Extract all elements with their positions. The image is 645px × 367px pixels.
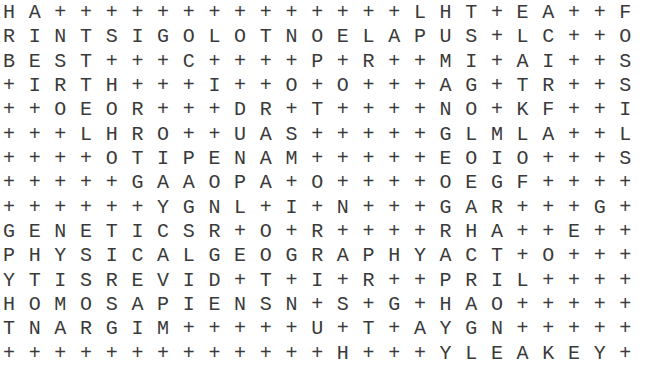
grid-cell-r6-c13: + (311, 123, 337, 147)
grid-cell-r2-c23: + (568, 25, 594, 49)
grid-cell-r12-c5: R (106, 269, 132, 293)
grid-cell-r3-c17: + (414, 50, 440, 74)
grid-cell-r5-c23: + (568, 98, 594, 122)
grid-cell-r6-c16: + (388, 123, 414, 147)
grid-cell-r1-c23: + (568, 1, 594, 25)
grid-cell-r2-c15: L (363, 25, 389, 49)
grid-cell-r9-c13: + (311, 196, 337, 220)
grid-cell-r2-c14: E (337, 25, 363, 49)
grid-cell-r3-c21: A (517, 50, 543, 74)
grid-cell-r15-c24: Y (594, 342, 620, 366)
grid-cell-r6-c5: H (106, 123, 132, 147)
grid-cell-r12-c19: R (465, 269, 491, 293)
grid-cell-r15-c21: A (517, 342, 543, 366)
grid-cell-r4-c9: I (208, 74, 234, 98)
grid-cell-r9-c24: G (594, 196, 620, 220)
grid-cell-r9-c7: Y (157, 196, 183, 220)
grid-cell-r6-c19: L (465, 123, 491, 147)
grid-cell-r8-c3: + (54, 171, 80, 195)
grid-cell-r8-c15: + (363, 171, 389, 195)
grid-cell-r4-c10: + (234, 74, 260, 98)
grid-cell-r10-c12: + (285, 220, 311, 244)
grid-cell-r14-c16: + (388, 317, 414, 341)
grid-cell-r5-c15: + (363, 98, 389, 122)
grid-cell-r8-c22: + (542, 171, 568, 195)
grid-cell-r9-c5: + (106, 196, 132, 220)
grid-cell-r10-c18: R (440, 220, 466, 244)
grid-cell-r10-c21: + (517, 220, 543, 244)
grid-cell-r7-c10: N (234, 147, 260, 171)
grid-cell-r3-c13: P (311, 50, 337, 74)
grid-cell-r1-c18: H (440, 1, 466, 25)
grid-cell-r9-c9: N (208, 196, 234, 220)
grid-cell-r1-c13: + (311, 1, 337, 25)
grid-cell-r13-c23: + (568, 293, 594, 317)
grid-cell-r8-c1: + (3, 171, 29, 195)
grid-cell-r8-c2: + (29, 171, 55, 195)
grid-cell-r10-c11: O (260, 220, 286, 244)
grid-cell-r1-c21: E (517, 1, 543, 25)
grid-cell-r9-c21: + (517, 196, 543, 220)
grid-cell-r6-c25: L (619, 123, 645, 147)
grid-cell-r10-c13: R (311, 220, 337, 244)
grid-cell-r7-c12: M (285, 147, 311, 171)
grid-cell-r9-c8: G (183, 196, 209, 220)
grid-cell-r11-c7: A (157, 244, 183, 268)
grid-cell-r15-c14: H (337, 342, 363, 366)
grid-cell-r7-c4: + (80, 147, 106, 171)
grid-cell-r6-c23: + (568, 123, 594, 147)
grid-cell-r8-c6: G (131, 171, 157, 195)
grid-cell-r5-c21: K (517, 98, 543, 122)
grid-cell-r3-c6: + (131, 50, 157, 74)
grid-cell-r1-c17: L (414, 1, 440, 25)
grid-cell-r5-c9: + (208, 98, 234, 122)
grid-cell-r1-c19: T (465, 1, 491, 25)
grid-cell-r13-c24: + (594, 293, 620, 317)
grid-cell-r14-c14: + (337, 317, 363, 341)
grid-cell-r6-c15: + (363, 123, 389, 147)
grid-cell-r4-c16: + (388, 74, 414, 98)
grid-cell-r2-c8: O (183, 25, 209, 49)
grid-cell-r8-c4: + (80, 171, 106, 195)
grid-cell-r1-c25: F (619, 1, 645, 25)
grid-cell-r7-c20: I (491, 147, 517, 171)
grid-cell-r3-c25: S (619, 50, 645, 74)
grid-cell-r14-c9: + (208, 317, 234, 341)
grid-cell-r5-c16: + (388, 98, 414, 122)
grid-cell-r11-c18: A (440, 244, 466, 268)
grid-cell-r13-c3: M (54, 293, 80, 317)
grid-cell-r13-c13: + (311, 293, 337, 317)
grid-cell-r14-c6: I (131, 317, 157, 341)
grid-cell-r1-c20: + (491, 1, 517, 25)
grid-cell-r9-c19: A (465, 196, 491, 220)
grid-cell-r14-c1: T (3, 317, 29, 341)
grid-cell-r11-c21: + (517, 244, 543, 268)
grid-cell-r15-c5: + (106, 342, 132, 366)
grid-cell-r2-c25: O (619, 25, 645, 49)
grid-cell-r10-c22: + (542, 220, 568, 244)
grid-cell-r12-c16: + (388, 269, 414, 293)
grid-cell-r3-c24: + (594, 50, 620, 74)
grid-cell-r5-c19: O (465, 98, 491, 122)
grid-cell-r8-c16: + (388, 171, 414, 195)
grid-cell-r11-c25: + (619, 244, 645, 268)
grid-cell-r3-c20: + (491, 50, 517, 74)
grid-cell-r10-c8: S (183, 220, 209, 244)
grid-cell-r3-c5: + (106, 50, 132, 74)
grid-cell-r1-c12: + (285, 1, 311, 25)
grid-cell-r3-c15: R (363, 50, 389, 74)
grid-cell-r9-c22: + (542, 196, 568, 220)
grid-cell-r2-c2: I (29, 25, 55, 49)
grid-cell-r15-c15: + (363, 342, 389, 366)
grid-cell-r9-c2: + (29, 196, 55, 220)
grid-cell-r7-c18: E (440, 147, 466, 171)
grid-cell-r7-c6: T (131, 147, 157, 171)
grid-cell-r15-c8: + (183, 342, 209, 366)
grid-cell-r2-c9: L (208, 25, 234, 49)
grid-cell-r13-c18: H (440, 293, 466, 317)
grid-cell-r12-c11: T (260, 269, 286, 293)
grid-cell-r13-c10: N (234, 293, 260, 317)
grid-cell-r8-c7: A (157, 171, 183, 195)
grid-cell-r2-c4: T (80, 25, 106, 49)
grid-cell-r12-c15: R (363, 269, 389, 293)
grid-cell-r6-c17: + (414, 123, 440, 147)
grid-cell-r6-c20: M (491, 123, 517, 147)
grid-cell-r15-c2: + (29, 342, 55, 366)
grid-cell-r7-c11: A (260, 147, 286, 171)
grid-cell-r1-c8: + (183, 1, 209, 25)
grid-cell-r3-c10: + (234, 50, 260, 74)
grid-cell-r1-c11: + (260, 1, 286, 25)
grid-cell-r7-c24: + (594, 147, 620, 171)
grid-cell-r7-c17: + (414, 147, 440, 171)
grid-cell-r4-c22: R (542, 74, 568, 98)
grid-cell-r15-c20: E (491, 342, 517, 366)
grid-cell-r11-c20: T (491, 244, 517, 268)
grid-cell-r5-c20: + (491, 98, 517, 122)
grid-cell-r9-c6: + (131, 196, 157, 220)
grid-cell-r7-c16: + (388, 147, 414, 171)
grid-cell-r11-c17: Y (414, 244, 440, 268)
grid-cell-r11-c12: G (285, 244, 311, 268)
grid-cell-r4-c19: G (465, 74, 491, 98)
grid-cell-r11-c6: C (131, 244, 157, 268)
grid-cell-r6-c24: + (594, 123, 620, 147)
grid-cell-r5-c24: + (594, 98, 620, 122)
grid-cell-r8-c10: P (234, 171, 260, 195)
grid-cell-r15-c6: + (131, 342, 157, 366)
grid-cell-r11-c2: H (29, 244, 55, 268)
grid-cell-r4-c3: R (54, 74, 80, 98)
grid-cell-r5-c22: F (542, 98, 568, 122)
grid-cell-r4-c14: O (337, 74, 363, 98)
grid-cell-r7-c9: E (208, 147, 234, 171)
grid-cell-r8-c19: E (465, 171, 491, 195)
grid-cell-r6-c22: A (542, 123, 568, 147)
grid-cell-r11-c19: C (465, 244, 491, 268)
grid-cell-r5-c7: + (157, 98, 183, 122)
grid-cell-r7-c14: + (337, 147, 363, 171)
grid-cell-r3-c16: + (388, 50, 414, 74)
grid-cell-r15-c13: + (311, 342, 337, 366)
grid-cell-r8-c12: + (285, 171, 311, 195)
grid-cell-r10-c24: + (594, 220, 620, 244)
grid-cell-r7-c2: + (29, 147, 55, 171)
grid-cell-r9-c18: G (440, 196, 466, 220)
grid-cell-r9-c3: + (54, 196, 80, 220)
grid-cell-r4-c23: + (568, 74, 594, 98)
grid-cell-r2-c12: N (285, 25, 311, 49)
grid-cell-r3-c23: + (568, 50, 594, 74)
grid-cell-r9-c14: N (337, 196, 363, 220)
grid-cell-r4-c8: + (183, 74, 209, 98)
grid-cell-r9-c4: + (80, 196, 106, 220)
grid-cell-r12-c6: E (131, 269, 157, 293)
grid-cell-r2-c3: N (54, 25, 80, 49)
grid-cell-r4-c11: + (260, 74, 286, 98)
grid-cell-r13-c19: A (465, 293, 491, 317)
grid-cell-r2-c7: G (157, 25, 183, 49)
grid-cell-r5-c4: E (80, 98, 106, 122)
grid-cell-r5-c5: O (106, 98, 132, 122)
grid-cell-r6-c8: + (183, 123, 209, 147)
grid-cell-r9-c17: + (414, 196, 440, 220)
grid-cell-r9-c10: L (234, 196, 260, 220)
grid-cell-r3-c12: + (285, 50, 311, 74)
grid-cell-r1-c15: + (363, 1, 389, 25)
grid-cell-r15-c10: + (234, 342, 260, 366)
grid-cell-r10-c4: E (80, 220, 106, 244)
grid-cell-r11-c8: L (183, 244, 209, 268)
word-search-grid: HA++++++++++++++LHT+EA++FRINTSIGOLOTNOEL… (3, 1, 645, 366)
grid-cell-r12-c21: L (517, 269, 543, 293)
grid-cell-r15-c22: K (542, 342, 568, 366)
grid-cell-r9-c15: + (363, 196, 389, 220)
grid-cell-r14-c13: U (311, 317, 337, 341)
grid-cell-r13-c14: S (337, 293, 363, 317)
grid-cell-r14-c18: Y (440, 317, 466, 341)
grid-cell-r5-c17: + (414, 98, 440, 122)
grid-cell-r14-c12: + (285, 317, 311, 341)
grid-cell-r4-c5: H (106, 74, 132, 98)
grid-cell-r6-c7: O (157, 123, 183, 147)
grid-cell-r5-c3: O (54, 98, 80, 122)
grid-cell-r2-c21: L (517, 25, 543, 49)
grid-cell-r10-c10: + (234, 220, 260, 244)
grid-cell-r2-c13: O (311, 25, 337, 49)
grid-cell-r11-c5: I (106, 244, 132, 268)
grid-cell-r10-c7: C (157, 220, 183, 244)
grid-cell-r2-c6: I (131, 25, 157, 49)
grid-cell-r2-c10: O (234, 25, 260, 49)
grid-cell-r13-c1: H (3, 293, 29, 317)
grid-cell-r2-c19: S (465, 25, 491, 49)
grid-cell-r12-c22: + (542, 269, 568, 293)
grid-cell-r4-c7: + (157, 74, 183, 98)
grid-cell-r11-c1: P (3, 244, 29, 268)
grid-cell-r14-c2: N (29, 317, 55, 341)
grid-cell-r11-c22: O (542, 244, 568, 268)
grid-cell-r5-c10: D (234, 98, 260, 122)
grid-cell-r9-c16: + (388, 196, 414, 220)
grid-cell-r13-c22: + (542, 293, 568, 317)
grid-cell-r5-c13: T (311, 98, 337, 122)
grid-cell-r15-c19: L (465, 342, 491, 366)
grid-cell-r11-c15: P (363, 244, 389, 268)
grid-cell-r4-c21: T (517, 74, 543, 98)
grid-cell-r6-c12: S (285, 123, 311, 147)
grid-cell-r15-c7: + (157, 342, 183, 366)
grid-cell-r11-c9: G (208, 244, 234, 268)
grid-cell-r4-c2: I (29, 74, 55, 98)
grid-cell-r5-c25: I (619, 98, 645, 122)
grid-cell-r1-c4: + (80, 1, 106, 25)
grid-cell-r12-c7: V (157, 269, 183, 293)
grid-cell-r10-c15: + (363, 220, 389, 244)
grid-cell-r5-c6: R (131, 98, 157, 122)
grid-cell-r10-c1: G (3, 220, 29, 244)
grid-cell-r15-c11: + (260, 342, 286, 366)
grid-cell-r6-c2: + (29, 123, 55, 147)
grid-cell-r5-c12: + (285, 98, 311, 122)
grid-cell-r14-c25: + (619, 317, 645, 341)
grid-cell-r14-c22: + (542, 317, 568, 341)
grid-cell-r3-c14: + (337, 50, 363, 74)
grid-cell-r5-c2: + (29, 98, 55, 122)
grid-cell-r9-c11: + (260, 196, 286, 220)
grid-cell-r7-c23: + (568, 147, 594, 171)
grid-cell-r8-c8: A (183, 171, 209, 195)
grid-cell-r13-c5: S (106, 293, 132, 317)
grid-cell-r4-c20: + (491, 74, 517, 98)
grid-cell-r3-c19: I (465, 50, 491, 74)
grid-cell-r7-c13: + (311, 147, 337, 171)
grid-cell-r4-c24: + (594, 74, 620, 98)
grid-cell-r14-c24: + (594, 317, 620, 341)
grid-cell-r15-c16: + (388, 342, 414, 366)
grid-cell-r13-c2: O (29, 293, 55, 317)
grid-cell-r8-c20: G (491, 171, 517, 195)
grid-cell-r11-c4: S (80, 244, 106, 268)
grid-cell-r7-c8: P (183, 147, 209, 171)
grid-cell-r6-c21: L (517, 123, 543, 147)
grid-cell-r1-c6: + (131, 1, 157, 25)
grid-cell-r14-c21: + (517, 317, 543, 341)
grid-cell-r15-c3: + (54, 342, 80, 366)
grid-cell-r10-c6: I (131, 220, 157, 244)
grid-cell-r6-c1: + (3, 123, 29, 147)
grid-cell-r12-c24: + (594, 269, 620, 293)
grid-cell-r10-c9: R (208, 220, 234, 244)
grid-cell-r13-c11: S (260, 293, 286, 317)
grid-cell-r14-c7: M (157, 317, 183, 341)
grid-cell-r4-c12: O (285, 74, 311, 98)
grid-cell-r12-c9: D (208, 269, 234, 293)
grid-cell-r11-c24: + (594, 244, 620, 268)
grid-cell-r3-c18: M (440, 50, 466, 74)
grid-cell-r8-c5: + (106, 171, 132, 195)
grid-cell-r11-c11: O (260, 244, 286, 268)
grid-cell-r13-c21: + (517, 293, 543, 317)
grid-cell-r12-c4: S (80, 269, 106, 293)
grid-cell-r12-c2: T (29, 269, 55, 293)
grid-cell-r8-c18: O (440, 171, 466, 195)
grid-cell-r1-c10: + (234, 1, 260, 25)
grid-cell-r8-c11: A (260, 171, 286, 195)
grid-cell-r4-c13: + (311, 74, 337, 98)
grid-cell-r13-c15: + (363, 293, 389, 317)
grid-cell-r1-c3: + (54, 1, 80, 25)
grid-cell-r11-c13: R (311, 244, 337, 268)
grid-cell-r8-c9: O (208, 171, 234, 195)
grid-cell-r3-c4: T (80, 50, 106, 74)
grid-cell-r4-c25: S (619, 74, 645, 98)
grid-cell-r6-c14: + (337, 123, 363, 147)
grid-cell-r9-c1: + (3, 196, 29, 220)
grid-cell-r7-c21: O (517, 147, 543, 171)
grid-cell-r7-c25: S (619, 147, 645, 171)
grid-cell-r4-c1: + (3, 74, 29, 98)
grid-cell-r3-c1: B (3, 50, 29, 74)
grid-cell-r8-c17: + (414, 171, 440, 195)
grid-cell-r12-c13: I (311, 269, 337, 293)
grid-cell-r13-c7: P (157, 293, 183, 317)
grid-cell-r2-c5: S (106, 25, 132, 49)
grid-cell-r15-c1: + (3, 342, 29, 366)
grid-cell-r3-c8: C (183, 50, 209, 74)
grid-cell-r12-c14: + (337, 269, 363, 293)
grid-cell-r4-c6: + (131, 74, 157, 98)
grid-cell-r9-c20: R (491, 196, 517, 220)
grid-cell-r12-c20: I (491, 269, 517, 293)
grid-cell-r12-c10: + (234, 269, 260, 293)
grid-cell-r2-c18: U (440, 25, 466, 49)
grid-cell-r1-c7: + (157, 1, 183, 25)
grid-cell-r7-c19: O (465, 147, 491, 171)
grid-cell-r12-c23: + (568, 269, 594, 293)
grid-cell-r8-c21: F (517, 171, 543, 195)
grid-cell-r2-c22: C (542, 25, 568, 49)
grid-cell-r12-c8: I (183, 269, 209, 293)
grid-cell-r1-c1: H (3, 1, 29, 25)
grid-cell-r1-c22: A (542, 1, 568, 25)
grid-cell-r13-c9: E (208, 293, 234, 317)
grid-cell-r7-c7: I (157, 147, 183, 171)
grid-cell-r13-c20: O (491, 293, 517, 317)
grid-cell-r7-c5: O (106, 147, 132, 171)
grid-cell-r1-c16: + (388, 1, 414, 25)
grid-cell-r6-c3: + (54, 123, 80, 147)
grid-cell-r3-c3: S (54, 50, 80, 74)
grid-cell-r7-c1: + (3, 147, 29, 171)
grid-cell-r4-c15: + (363, 74, 389, 98)
grid-cell-r13-c6: A (131, 293, 157, 317)
grid-cell-r11-c16: H (388, 244, 414, 268)
grid-cell-r6-c11: A (260, 123, 286, 147)
grid-cell-r10-c14: + (337, 220, 363, 244)
grid-cell-r14-c10: + (234, 317, 260, 341)
grid-cell-r11-c14: A (337, 244, 363, 268)
grid-cell-r14-c19: G (465, 317, 491, 341)
grid-cell-r5-c18: N (440, 98, 466, 122)
grid-cell-r6-c9: + (208, 123, 234, 147)
grid-cell-r13-c12: N (285, 293, 311, 317)
grid-cell-r1-c14: + (337, 1, 363, 25)
